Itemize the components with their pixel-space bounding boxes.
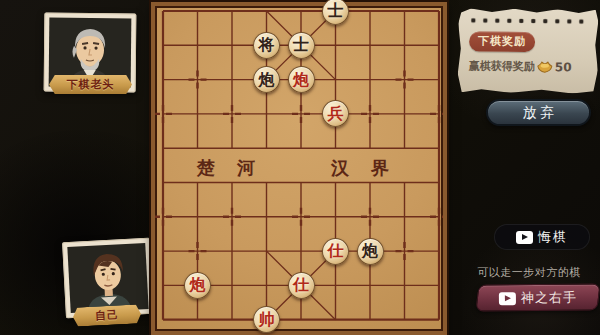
opponent-name-plate: 下棋老头 <box>49 75 132 94</box>
gold-ingot-icon <box>537 60 553 73</box>
god-hand-label: 神之右手 <box>521 288 577 306</box>
reward-note: 下棋奖励 赢棋获得奖励 50 <box>458 8 599 93</box>
river-label-right: 汉界 <box>331 156 411 180</box>
god-hand-hint: 可以走一步对方的棋 <box>458 265 600 280</box>
xiangqi-piece-black[interactable]: 炮 <box>357 238 384 265</box>
self-name: 自己 <box>95 307 120 323</box>
xiangqi-piece-red[interactable]: 帅 <box>253 306 280 333</box>
reward-tag-badge: 下棋奖励 <box>469 31 535 52</box>
river-label-left: 楚河 <box>197 156 277 180</box>
reward-line: 赢棋获得奖励 50 <box>469 58 572 74</box>
undo-label: 悔棋 <box>538 228 568 246</box>
give-up-button[interactable]: 放弃 <box>486 99 591 126</box>
give-up-label: 放弃 <box>523 104 559 122</box>
reward-amount: 50 <box>555 60 572 74</box>
xiangqi-piece-black[interactable]: 士 <box>322 0 349 25</box>
reward-text: 赢棋获得奖励 <box>469 58 535 74</box>
self-photo <box>67 243 148 313</box>
xiangqi-board[interactable]: 楚河 汉界 士将士炮炮兵仕炮炮仕帅 <box>151 2 447 335</box>
river-band: 楚河 汉界 <box>155 155 443 181</box>
game-screen: 下棋老头 自己 楚河 汉 <box>0 0 600 335</box>
opponent-name: 下棋老头 <box>67 77 115 92</box>
xiangqi-piece-red[interactable]: 炮 <box>288 66 315 93</box>
perforation-holes <box>470 17 586 24</box>
undo-move-button[interactable]: 悔棋 <box>494 224 590 250</box>
reward-tag-label: 下棋奖励 <box>478 34 526 48</box>
xiangqi-piece-black[interactable]: 炮 <box>253 66 280 93</box>
ad-play-icon <box>499 291 516 304</box>
ad-play-icon <box>516 231 533 244</box>
xiangqi-piece-red[interactable]: 炮 <box>184 272 211 299</box>
xiangqi-piece-black[interactable]: 将 <box>253 32 280 59</box>
god-hand-button[interactable]: 神之右手 <box>475 283 600 311</box>
xiangqi-piece-black[interactable]: 士 <box>288 32 315 59</box>
xiangqi-piece-red[interactable]: 仕 <box>288 272 315 299</box>
xiangqi-piece-red[interactable]: 仕 <box>322 238 349 265</box>
self-name-plate: 自己 <box>73 304 142 327</box>
young-man-portrait <box>67 243 148 313</box>
board-field: 楚河 汉界 士将士炮炮兵仕炮炮仕帅 <box>155 6 443 331</box>
